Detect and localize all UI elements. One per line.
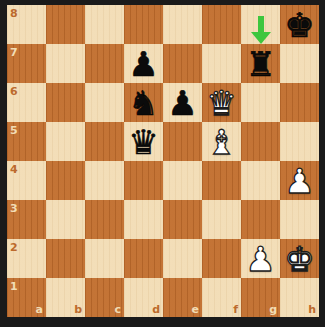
black-rook-g7[interactable]: ♜	[241, 44, 280, 83]
square-g1[interactable]: g	[241, 278, 280, 317]
square-d2[interactable]	[124, 239, 163, 278]
square-a1[interactable]: 1a	[7, 278, 46, 317]
square-c6[interactable]	[85, 83, 124, 122]
square-a4[interactable]: 4	[7, 161, 46, 200]
square-e1[interactable]: e	[163, 278, 202, 317]
square-b7[interactable]	[46, 44, 85, 83]
white-pawn-h4[interactable]: ♟	[280, 161, 319, 200]
square-d6[interactable]: ♞	[124, 83, 163, 122]
square-c1[interactable]: c	[85, 278, 124, 317]
square-f8[interactable]	[202, 5, 241, 44]
square-b3[interactable]	[46, 200, 85, 239]
square-h6[interactable]	[280, 83, 319, 122]
square-g2[interactable]: ♟	[241, 239, 280, 278]
square-c3[interactable]	[85, 200, 124, 239]
black-king-h8[interactable]: ♚	[280, 5, 319, 44]
square-f5[interactable]: ♝	[202, 122, 241, 161]
square-h8[interactable]: ♚	[280, 5, 319, 44]
square-a7[interactable]: 7	[7, 44, 46, 83]
chess-board-frame: 8♚7♟♜6♞♟♛5♛♝4♟32♟♚1abcdefgh	[0, 0, 325, 327]
square-h1[interactable]: h	[280, 278, 319, 317]
square-f1[interactable]: f	[202, 278, 241, 317]
rank-label-8: 8	[10, 8, 18, 19]
square-h2[interactable]: ♚	[280, 239, 319, 278]
square-b6[interactable]	[46, 83, 85, 122]
square-a2[interactable]: 2	[7, 239, 46, 278]
square-g5[interactable]	[241, 122, 280, 161]
square-g7[interactable]: ♜	[241, 44, 280, 83]
square-e5[interactable]	[163, 122, 202, 161]
square-a5[interactable]: 5	[7, 122, 46, 161]
chess-board: 8♚7♟♜6♞♟♛5♛♝4♟32♟♚1abcdefgh	[7, 5, 319, 317]
square-g8[interactable]	[241, 5, 280, 44]
file-label-d: d	[152, 304, 160, 315]
square-c5[interactable]	[85, 122, 124, 161]
square-f3[interactable]	[202, 200, 241, 239]
rank-label-5: 5	[10, 125, 18, 136]
square-c7[interactable]	[85, 44, 124, 83]
black-knight-d6[interactable]: ♞	[124, 83, 163, 122]
square-b5[interactable]	[46, 122, 85, 161]
square-d8[interactable]	[124, 5, 163, 44]
square-f2[interactable]	[202, 239, 241, 278]
file-label-c: c	[114, 304, 121, 315]
white-king-h2[interactable]: ♚	[280, 239, 319, 278]
square-a8[interactable]: 8	[7, 5, 46, 44]
square-h4[interactable]: ♟	[280, 161, 319, 200]
file-label-a: a	[36, 304, 43, 315]
file-label-g: g	[269, 304, 277, 315]
square-g6[interactable]	[241, 83, 280, 122]
square-e4[interactable]	[163, 161, 202, 200]
file-label-h: h	[308, 304, 316, 315]
square-e3[interactable]	[163, 200, 202, 239]
square-g3[interactable]	[241, 200, 280, 239]
square-c2[interactable]	[85, 239, 124, 278]
rank-label-2: 2	[10, 242, 18, 253]
square-d7[interactable]: ♟	[124, 44, 163, 83]
rank-label-1: 1	[10, 281, 18, 292]
white-queen-f6[interactable]: ♛	[202, 83, 241, 122]
rank-label-7: 7	[10, 47, 18, 58]
square-h7[interactable]	[280, 44, 319, 83]
file-label-e: e	[192, 304, 199, 315]
square-e6[interactable]: ♟	[163, 83, 202, 122]
square-d3[interactable]	[124, 200, 163, 239]
black-pawn-e6[interactable]: ♟	[163, 83, 202, 122]
square-f4[interactable]	[202, 161, 241, 200]
square-a6[interactable]: 6	[7, 83, 46, 122]
square-g4[interactable]	[241, 161, 280, 200]
square-a3[interactable]: 3	[7, 200, 46, 239]
rank-label-3: 3	[10, 203, 18, 214]
square-h3[interactable]	[280, 200, 319, 239]
square-b2[interactable]	[46, 239, 85, 278]
black-queen-d5[interactable]: ♛	[124, 122, 163, 161]
file-label-f: f	[233, 304, 238, 315]
square-d5[interactable]: ♛	[124, 122, 163, 161]
square-b1[interactable]: b	[46, 278, 85, 317]
black-pawn-d7[interactable]: ♟	[124, 44, 163, 83]
rank-label-4: 4	[10, 164, 18, 175]
square-d4[interactable]	[124, 161, 163, 200]
square-b4[interactable]	[46, 161, 85, 200]
white-pawn-g2[interactable]: ♟	[241, 239, 280, 278]
square-d1[interactable]: d	[124, 278, 163, 317]
square-c4[interactable]	[85, 161, 124, 200]
file-label-b: b	[74, 304, 82, 315]
square-f6[interactable]: ♛	[202, 83, 241, 122]
square-h5[interactable]	[280, 122, 319, 161]
square-e7[interactable]	[163, 44, 202, 83]
square-f7[interactable]	[202, 44, 241, 83]
square-e8[interactable]	[163, 5, 202, 44]
rank-label-6: 6	[10, 86, 18, 97]
square-e2[interactable]	[163, 239, 202, 278]
white-bishop-f5[interactable]: ♝	[202, 122, 241, 161]
square-b8[interactable]	[46, 5, 85, 44]
square-c8[interactable]	[85, 5, 124, 44]
